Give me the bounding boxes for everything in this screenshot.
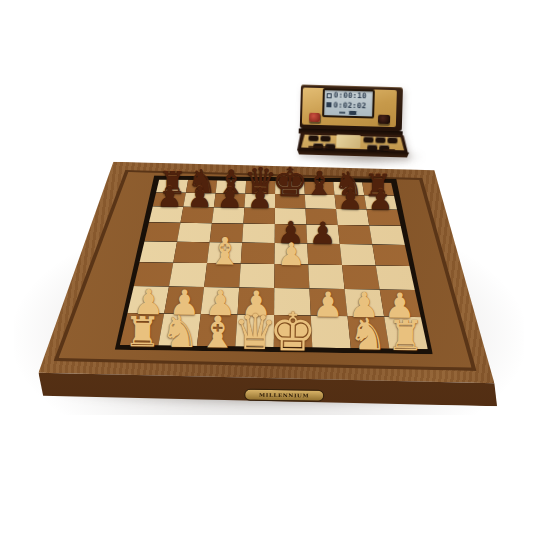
piece-white-rook-a1[interactable]: ♜ xyxy=(124,312,162,354)
piece-black-pawn-g7[interactable]: ♟ xyxy=(338,186,364,215)
product-photo-scene: 0:00:10 0:02:02 xyxy=(0,0,533,533)
piece-white-pawn-f2[interactable]: ♟ xyxy=(312,288,344,323)
brand-nameplate-text: MILLENNIUM xyxy=(259,392,309,398)
piece-white-bishop-c4[interactable]: ♝ xyxy=(208,233,242,271)
chess-board: ♜♞♝♛♚♝♞♜♟♟♟♟♟♟♟♟♝♟♟♟♟♟♟♟♟♜♞♝♛♚♞♜ MILLENN… xyxy=(0,0,533,533)
piece-black-pawn-h7[interactable]: ♟ xyxy=(368,186,394,215)
piece-black-pawn-b7[interactable]: ♟ xyxy=(187,184,213,213)
piece-black-king-e8[interactable]: ♚ xyxy=(272,162,308,202)
brand-nameplate: MILLENNIUM xyxy=(244,389,324,402)
piece-black-pawn-c7[interactable]: ♟ xyxy=(217,184,243,213)
piece-black-pawn-d7[interactable]: ♟ xyxy=(247,185,273,214)
piece-black-pawn-f5[interactable]: ♟ xyxy=(309,219,337,250)
piece-black-bishop-f8[interactable]: ♝ xyxy=(304,168,334,201)
piece-white-king-e1[interactable]: ♚ xyxy=(269,305,317,359)
piece-white-knight-b1[interactable]: ♞ xyxy=(160,311,200,355)
piece-white-knight-g1[interactable]: ♞ xyxy=(348,313,388,357)
piece-white-pawn-e4[interactable]: ♟ xyxy=(277,239,305,271)
pieces-layer: ♜♞♝♛♚♝♞♜♟♟♟♟♟♟♟♟♝♟♟♟♟♟♟♟♟♜♞♝♛♚♞♜ xyxy=(0,0,533,533)
piece-black-pawn-a7[interactable]: ♟ xyxy=(157,183,183,212)
piece-white-bishop-c1[interactable]: ♝ xyxy=(198,311,238,355)
piece-white-rook-h1[interactable]: ♜ xyxy=(387,315,425,357)
